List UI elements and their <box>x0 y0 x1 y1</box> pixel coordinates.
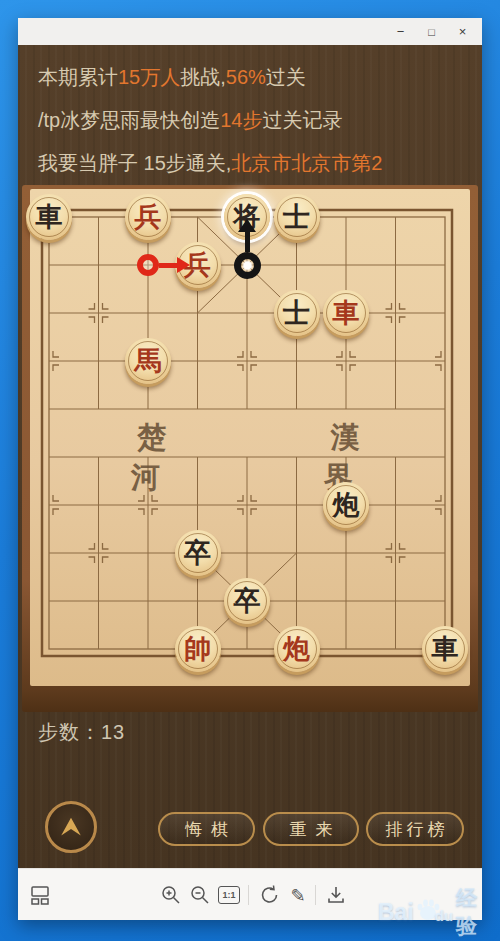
xiangqi-board[interactable]: 楚河 漢界 車兵将士兵士車馬炮卒卒帥炮車 <box>22 185 478 712</box>
actual-size-icon[interactable]: 1:1 <box>217 883 241 907</box>
steps-value: 13 <box>101 721 125 743</box>
window-titlebar: − □ × <box>18 18 482 45</box>
piece-black-advisor[interactable]: 士 <box>274 290 320 336</box>
banner-line-2: /tp冰梦思雨最快创造14步过关记录 <box>38 99 468 142</box>
zoom-in-icon[interactable] <box>159 883 183 907</box>
piece-black-chariot[interactable]: 車 <box>422 626 468 672</box>
piece-black-soldier[interactable]: 卒 <box>224 578 270 624</box>
up-arrow-icon <box>54 810 88 844</box>
piece-black-soldier[interactable]: 卒 <box>175 530 221 576</box>
restart-button[interactable]: 重来 <box>263 812 359 846</box>
expand-button[interactable] <box>45 801 97 853</box>
piece-black-chariot[interactable]: 車 <box>26 194 72 240</box>
piece-red-cannon[interactable]: 炮 <box>274 626 320 672</box>
close-button[interactable]: × <box>447 18 478 45</box>
banner-line-3: 我要当胖子 15步通关,北京市北京市第2 <box>38 142 468 185</box>
toolbar-divider <box>315 885 316 905</box>
window-controls: − □ × <box>385 18 478 45</box>
desktop-background: − □ × 本期累计15万人挑战,56%过关 /tp冰梦思雨最快创造14步过关记… <box>0 0 500 941</box>
viewer-toolbar: 1:1 ✎ <box>18 868 482 920</box>
minimize-button[interactable]: − <box>385 18 416 45</box>
edit-pencil-icon[interactable]: ✎ <box>286 883 310 907</box>
undo-button[interactable]: 悔棋 <box>158 812 255 846</box>
piece-red-chariot[interactable]: 車 <box>323 290 369 336</box>
piece-red-horse[interactable]: 馬 <box>125 338 171 384</box>
piece-black-advisor[interactable]: 士 <box>274 194 320 240</box>
zoom-out-icon[interactable] <box>188 883 212 907</box>
piece-red-soldier[interactable]: 兵 <box>175 242 221 288</box>
collections-icon[interactable] <box>28 883 52 907</box>
board-pieces: 車兵将士兵士車馬炮卒卒帥炮車 <box>22 185 478 712</box>
toolbar-divider <box>248 885 249 905</box>
piece-red-general[interactable]: 帥 <box>175 626 221 672</box>
piece-black-cannon[interactable]: 炮 <box>323 482 369 528</box>
step-counter: 步数：13 <box>38 719 125 746</box>
rotate-icon[interactable] <box>258 883 282 907</box>
app-window: − □ × 本期累计15万人挑战,56%过关 /tp冰梦思雨最快创造14步过关记… <box>18 18 482 920</box>
maximize-button[interactable]: □ <box>416 18 447 45</box>
download-icon[interactable] <box>324 883 348 907</box>
piece-red-soldier[interactable]: 兵 <box>125 194 171 240</box>
event-banner: 本期累计15万人挑战,56%过关 /tp冰梦思雨最快创造14步过关记录 我要当胖… <box>38 45 468 185</box>
steps-label: 步数： <box>38 721 101 743</box>
banner-line-1: 本期累计15万人挑战,56%过关 <box>38 56 468 99</box>
piece-black-general[interactable]: 将 <box>224 194 270 240</box>
leaderboard-button[interactable]: 排行榜 <box>366 812 464 846</box>
